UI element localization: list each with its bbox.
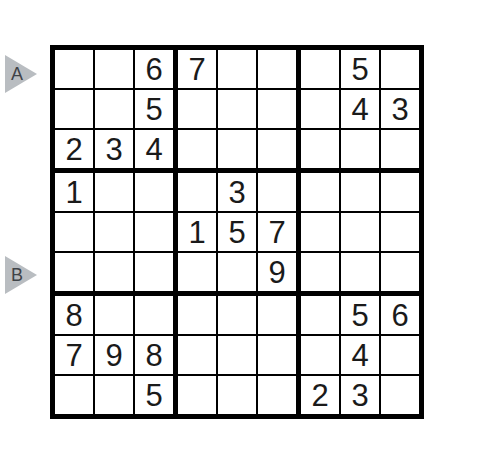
cell-r6c1[interactable]: [55, 253, 95, 296]
cell-r1c4[interactable]: 7: [178, 50, 218, 90]
cell-r5c1[interactable]: [55, 213, 95, 253]
cell-r4c4[interactable]: [178, 173, 218, 213]
cell-r3c9[interactable]: [381, 130, 419, 173]
cell-r5c8[interactable]: [341, 213, 381, 253]
cell-r9c3[interactable]: 5: [135, 376, 178, 414]
sudoku-board: 6755432341315798567984523: [50, 45, 424, 419]
cell-r4c8[interactable]: [341, 173, 381, 213]
cell-r2c6[interactable]: [258, 90, 301, 130]
cell-r1c1[interactable]: [55, 50, 95, 90]
cell-r9c4[interactable]: [178, 376, 218, 414]
cell-r2c2[interactable]: [95, 90, 135, 130]
cell-r1c6[interactable]: [258, 50, 301, 90]
cell-r3c3[interactable]: 4: [135, 130, 178, 173]
cell-r1c9[interactable]: [381, 50, 419, 90]
cell-r9c8[interactable]: 3: [341, 376, 381, 414]
cell-r1c2[interactable]: [95, 50, 135, 90]
cell-r8c2[interactable]: 9: [95, 336, 135, 376]
cell-r8c9[interactable]: [381, 336, 419, 376]
cell-r8c8[interactable]: 4: [341, 336, 381, 376]
cell-r6c9[interactable]: [381, 253, 419, 296]
cell-r3c1[interactable]: 2: [55, 130, 95, 173]
cell-r6c8[interactable]: [341, 253, 381, 296]
cell-r8c7[interactable]: [301, 336, 341, 376]
cell-r2c9[interactable]: 3: [381, 90, 419, 130]
cell-r9c7[interactable]: 2: [301, 376, 341, 414]
cell-r4c1[interactable]: 1: [55, 173, 95, 213]
cell-r6c6[interactable]: 9: [258, 253, 301, 296]
cell-r5c3[interactable]: [135, 213, 178, 253]
cell-r7c1[interactable]: 8: [55, 296, 95, 336]
cell-r9c5[interactable]: [218, 376, 258, 414]
cell-r4c2[interactable]: [95, 173, 135, 213]
cell-r7c6[interactable]: [258, 296, 301, 336]
cell-r4c6[interactable]: [258, 173, 301, 213]
cell-r8c6[interactable]: [258, 336, 301, 376]
cell-r7c4[interactable]: [178, 296, 218, 336]
cell-r2c3[interactable]: 5: [135, 90, 178, 130]
cell-r3c7[interactable]: [301, 130, 341, 173]
cell-r4c3[interactable]: [135, 173, 178, 213]
cell-r9c9[interactable]: [381, 376, 419, 414]
row-marker-a-triangle-icon: A: [5, 55, 37, 93]
cell-r9c1[interactable]: [55, 376, 95, 414]
cell-r2c5[interactable]: [218, 90, 258, 130]
cell-r7c9[interactable]: 6: [381, 296, 419, 336]
cell-r1c5[interactable]: [218, 50, 258, 90]
cell-r2c8[interactable]: 4: [341, 90, 381, 130]
cell-r3c4[interactable]: [178, 130, 218, 173]
cell-r5c4[interactable]: 1: [178, 213, 218, 253]
cell-r7c2[interactable]: [95, 296, 135, 336]
cell-r6c3[interactable]: [135, 253, 178, 296]
cell-r8c4[interactable]: [178, 336, 218, 376]
cell-r3c2[interactable]: 3: [95, 130, 135, 173]
cell-r8c1[interactable]: 7: [55, 336, 95, 376]
cell-r3c5[interactable]: [218, 130, 258, 173]
cell-r4c9[interactable]: [381, 173, 419, 213]
cell-r5c6[interactable]: 7: [258, 213, 301, 253]
cell-r6c5[interactable]: [218, 253, 258, 296]
cell-r7c5[interactable]: [218, 296, 258, 336]
cell-r2c4[interactable]: [178, 90, 218, 130]
cell-r9c6[interactable]: [258, 376, 301, 414]
cell-r5c9[interactable]: [381, 213, 419, 253]
cell-r7c7[interactable]: [301, 296, 341, 336]
cell-r5c5[interactable]: 5: [218, 213, 258, 253]
cell-r9c2[interactable]: [95, 376, 135, 414]
cell-r5c2[interactable]: [95, 213, 135, 253]
cell-r3c6[interactable]: [258, 130, 301, 173]
cell-r8c3[interactable]: 8: [135, 336, 178, 376]
cell-r3c8[interactable]: [341, 130, 381, 173]
row-marker-a-label: A: [11, 64, 23, 85]
cell-r1c3[interactable]: 6: [135, 50, 178, 90]
cell-r1c7[interactable]: [301, 50, 341, 90]
cell-r6c7[interactable]: [301, 253, 341, 296]
page: A B 6755432341315798567984523: [0, 0, 478, 472]
cell-r6c4[interactable]: [178, 253, 218, 296]
cell-r2c7[interactable]: [301, 90, 341, 130]
cell-r1c8[interactable]: 5: [341, 50, 381, 90]
cell-r6c2[interactable]: [95, 253, 135, 296]
cell-r8c5[interactable]: [218, 336, 258, 376]
cell-r7c3[interactable]: [135, 296, 178, 336]
cell-r4c7[interactable]: [301, 173, 341, 213]
cell-r2c1[interactable]: [55, 90, 95, 130]
cell-r7c8[interactable]: 5: [341, 296, 381, 336]
cell-r4c5[interactable]: 3: [218, 173, 258, 213]
cell-r5c7[interactable]: [301, 213, 341, 253]
row-marker-b-triangle-icon: B: [5, 256, 37, 294]
row-marker-b-label: B: [11, 265, 23, 286]
